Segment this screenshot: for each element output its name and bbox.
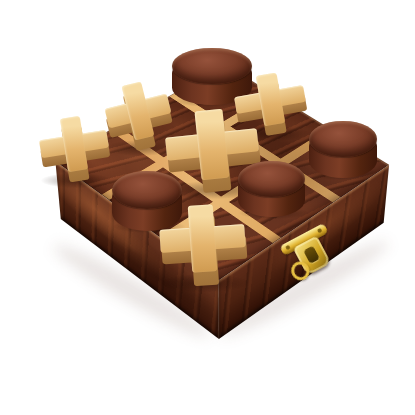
wooden-box: [0, 0, 415, 415]
product-photo: [0, 0, 415, 415]
